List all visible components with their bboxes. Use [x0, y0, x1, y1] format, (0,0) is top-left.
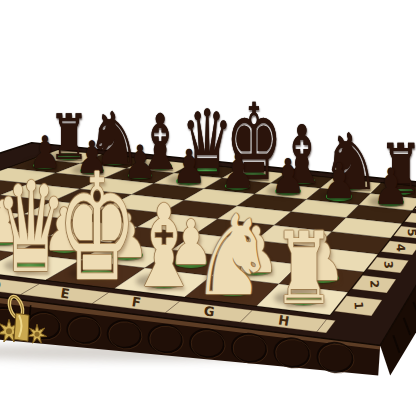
black-pawn-icon: ♟	[373, 161, 409, 211]
white-knight-icon: ♞	[191, 200, 276, 311]
pieces-layer: ♜♞♝♛♚♝♞♜♟♟♟♟♟♟♟♟♟♟♟♟♟♟♟♝♛♚♝♞♜	[0, 0, 416, 416]
black-pawn-icon: ♟	[271, 152, 305, 200]
black-pawn-icon: ♟	[221, 147, 255, 195]
black-pawn-icon: ♟	[321, 157, 356, 206]
white-rook-icon: ♜	[272, 219, 334, 318]
chess-set-photo: ABCDEFGH12345678 ♜♞♝♛♚♝♞♜♟♟♟♟♟♟♟♟♟♟♟♟♟♟♟…	[0, 0, 416, 416]
white-king-icon: ♚	[57, 154, 137, 302]
